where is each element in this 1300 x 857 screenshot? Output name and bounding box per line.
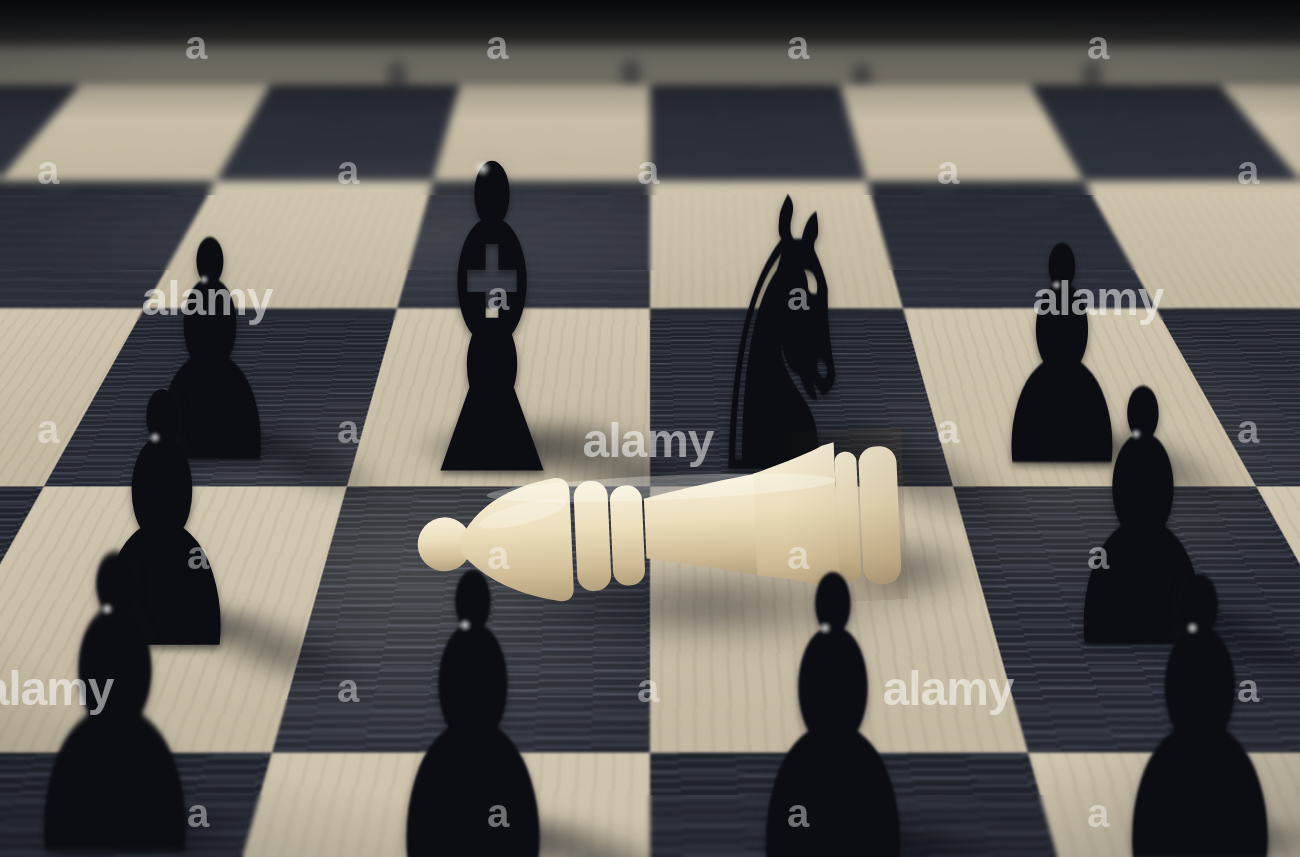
- pawn-glyph: ♟: [373, 523, 572, 857]
- piece-black-pawn[interactable]: ♟: [1200, 845, 1300, 857]
- piece-layer: ♟♝♞♟♟♟ ♟♟♟♟: [0, 0, 1300, 857]
- pawn-glyph: ♟: [1098, 528, 1300, 857]
- chessboard-photo: ♟♝♞♟♟♟ ♟♟♟♟ aaa: [0, 0, 1300, 857]
- pawn-glyph: ♟: [733, 526, 934, 857]
- pawn-glyph: ♟: [9, 505, 221, 857]
